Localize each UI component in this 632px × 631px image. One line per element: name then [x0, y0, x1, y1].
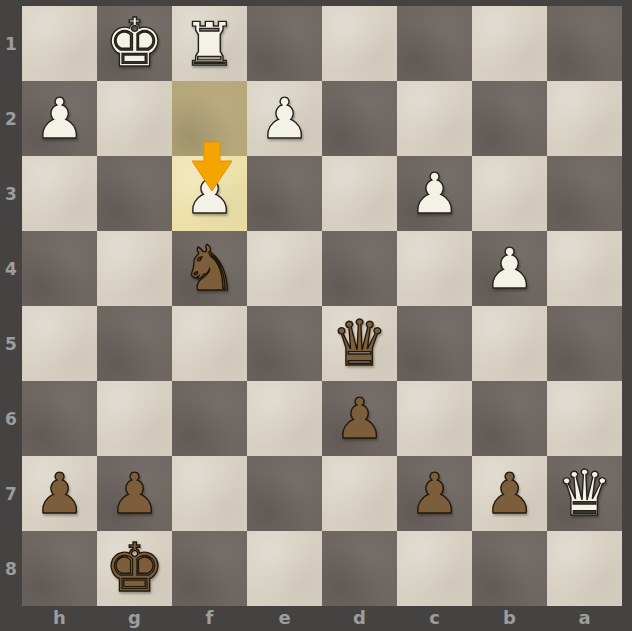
file-label-d: d — [322, 604, 397, 631]
square-d2[interactable] — [322, 81, 397, 156]
square-a8[interactable] — [547, 531, 622, 606]
square-b3[interactable] — [472, 156, 547, 231]
square-f2[interactable] — [172, 81, 247, 156]
file-labels: hgfedcba — [22, 604, 622, 631]
square-a1[interactable] — [547, 6, 622, 81]
square-d1[interactable] — [322, 6, 397, 81]
square-f7[interactable] — [172, 456, 247, 531]
square-e2[interactable]: ♟ — [247, 81, 322, 156]
white-king-g1[interactable]: ♚ — [97, 6, 172, 81]
square-a5[interactable] — [547, 306, 622, 381]
file-label-h: h — [22, 604, 97, 631]
square-h7[interactable]: ♟ — [22, 456, 97, 531]
square-h4[interactable] — [22, 231, 97, 306]
square-e6[interactable] — [247, 381, 322, 456]
square-b8[interactable] — [472, 531, 547, 606]
square-c5[interactable] — [397, 306, 472, 381]
square-h2[interactable]: ♟ — [22, 81, 97, 156]
rank-label-8: 8 — [0, 531, 22, 606]
chess-board-screen: 12345678 ♚♜♟♟♟♟♞♟♛♟♟♟♟♟♛♚ hgfedcba — [0, 0, 632, 631]
square-g1[interactable]: ♚ — [97, 6, 172, 81]
file-label-e: e — [247, 604, 322, 631]
square-h1[interactable] — [22, 6, 97, 81]
square-e8[interactable] — [247, 531, 322, 606]
square-f6[interactable] — [172, 381, 247, 456]
square-c7[interactable]: ♟ — [397, 456, 472, 531]
square-c2[interactable] — [397, 81, 472, 156]
square-c1[interactable] — [397, 6, 472, 81]
black-pawn-c7[interactable]: ♟ — [397, 456, 472, 531]
white-queen-a7[interactable]: ♛ — [547, 456, 622, 531]
square-a4[interactable] — [547, 231, 622, 306]
file-label-g: g — [97, 604, 172, 631]
square-g5[interactable] — [97, 306, 172, 381]
file-label-c: c — [397, 604, 472, 631]
square-f5[interactable] — [172, 306, 247, 381]
file-label-b: b — [472, 604, 547, 631]
square-b2[interactable] — [472, 81, 547, 156]
black-pawn-d6[interactable]: ♟ — [322, 381, 397, 456]
rank-label-3: 3 — [0, 156, 22, 231]
black-knight-f4[interactable]: ♞ — [172, 231, 247, 306]
square-c8[interactable] — [397, 531, 472, 606]
square-g4[interactable] — [97, 231, 172, 306]
square-f3[interactable]: ♟ — [172, 156, 247, 231]
square-g6[interactable] — [97, 381, 172, 456]
file-label-a: a — [547, 604, 622, 631]
rank-label-5: 5 — [0, 306, 22, 381]
square-e3[interactable] — [247, 156, 322, 231]
square-a3[interactable] — [547, 156, 622, 231]
rank-label-6: 6 — [0, 381, 22, 456]
square-g7[interactable]: ♟ — [97, 456, 172, 531]
square-f1[interactable]: ♜ — [172, 6, 247, 81]
square-g8[interactable]: ♚ — [97, 531, 172, 606]
square-d3[interactable] — [322, 156, 397, 231]
square-a2[interactable] — [547, 81, 622, 156]
square-e5[interactable] — [247, 306, 322, 381]
square-b4[interactable]: ♟ — [472, 231, 547, 306]
square-b1[interactable] — [472, 6, 547, 81]
square-h3[interactable] — [22, 156, 97, 231]
black-queen-d5[interactable]: ♛ — [322, 306, 397, 381]
black-king-g8[interactable]: ♚ — [97, 531, 172, 606]
black-pawn-g7[interactable]: ♟ — [97, 456, 172, 531]
square-d6[interactable]: ♟ — [322, 381, 397, 456]
square-c4[interactable] — [397, 231, 472, 306]
square-h6[interactable] — [22, 381, 97, 456]
square-c6[interactable] — [397, 381, 472, 456]
white-pawn-c3[interactable]: ♟ — [397, 156, 472, 231]
black-pawn-b7[interactable]: ♟ — [472, 456, 547, 531]
square-e7[interactable] — [247, 456, 322, 531]
square-a6[interactable] — [547, 381, 622, 456]
white-pawn-f3[interactable]: ♟ — [172, 156, 247, 231]
square-b5[interactable] — [472, 306, 547, 381]
rank-labels: 12345678 — [0, 6, 22, 606]
square-h8[interactable] — [22, 531, 97, 606]
square-a7[interactable]: ♛ — [547, 456, 622, 531]
rank-label-4: 4 — [0, 231, 22, 306]
rank-label-1: 1 — [0, 6, 22, 81]
chess-board[interactable]: ♚♜♟♟♟♟♞♟♛♟♟♟♟♟♛♚ — [22, 6, 622, 606]
square-b6[interactable] — [472, 381, 547, 456]
square-g3[interactable] — [97, 156, 172, 231]
black-pawn-h7[interactable]: ♟ — [22, 456, 97, 531]
white-pawn-e2[interactable]: ♟ — [247, 81, 322, 156]
square-c3[interactable]: ♟ — [397, 156, 472, 231]
square-b7[interactable]: ♟ — [472, 456, 547, 531]
square-h5[interactable] — [22, 306, 97, 381]
white-pawn-b4[interactable]: ♟ — [472, 231, 547, 306]
file-label-f: f — [172, 604, 247, 631]
square-g2[interactable] — [97, 81, 172, 156]
square-f4[interactable]: ♞ — [172, 231, 247, 306]
white-rook-f1[interactable]: ♜ — [172, 6, 247, 81]
square-d8[interactable] — [322, 531, 397, 606]
square-d5[interactable]: ♛ — [322, 306, 397, 381]
square-f8[interactable] — [172, 531, 247, 606]
rank-label-7: 7 — [0, 456, 22, 531]
square-e4[interactable] — [247, 231, 322, 306]
white-pawn-h2[interactable]: ♟ — [22, 81, 97, 156]
square-d4[interactable] — [322, 231, 397, 306]
square-e1[interactable] — [247, 6, 322, 81]
rank-label-2: 2 — [0, 81, 22, 156]
square-d7[interactable] — [322, 456, 397, 531]
